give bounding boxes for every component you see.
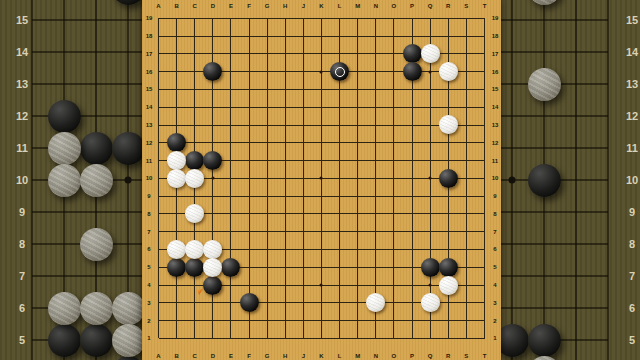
row-label-right-8: 8 xyxy=(493,211,496,217)
stone-black-R10 xyxy=(528,164,561,197)
row-label-right-3: 3 xyxy=(493,300,496,306)
stone-black-P17 xyxy=(403,44,422,63)
grid-line-horizontal-9 xyxy=(159,196,485,197)
stone-black-D11 xyxy=(203,151,222,170)
star-point-D10 xyxy=(125,177,132,184)
col-label-bottom-J: J xyxy=(302,353,305,359)
stone-white-C6 xyxy=(80,292,113,325)
star-point-Q10 xyxy=(509,177,516,184)
stone-black-P16 xyxy=(403,62,422,81)
row-label-left-12: 12 xyxy=(16,110,28,122)
col-label-bottom-T: T xyxy=(483,353,487,359)
col-label-top-P: P xyxy=(410,3,414,9)
row-label-left-5: 5 xyxy=(19,334,25,346)
stone-white-C10 xyxy=(80,164,113,197)
col-label-top-G: G xyxy=(265,3,270,9)
stone-white-B11 xyxy=(167,151,186,170)
row-label-right-15: 15 xyxy=(492,86,499,92)
row-label-right-17: 17 xyxy=(492,51,499,57)
row-label-right-7: 7 xyxy=(493,229,496,235)
row-label-right-5: 5 xyxy=(493,264,496,270)
row-label-left-18: 18 xyxy=(146,33,153,39)
stone-white-B6 xyxy=(48,292,81,325)
row-label-left-5: 5 xyxy=(147,264,150,270)
col-label-bottom-E: E xyxy=(229,353,233,359)
stone-black-R5 xyxy=(528,324,561,357)
grid-line-vertical-T xyxy=(484,18,485,338)
col-label-bottom-S: S xyxy=(464,353,468,359)
row-label-right-11: 11 xyxy=(626,142,638,154)
row-label-left-7: 7 xyxy=(19,270,25,282)
row-label-right-9: 9 xyxy=(493,193,496,199)
row-label-right-2: 2 xyxy=(493,318,496,324)
grid-line-vertical-N xyxy=(375,18,376,338)
stone-black-F3 xyxy=(240,293,259,312)
stone-black-D16 xyxy=(112,0,145,5)
col-label-bottom-O: O xyxy=(392,353,397,359)
stone-white-R4 xyxy=(439,276,458,295)
col-label-bottom-B: B xyxy=(174,353,178,359)
col-label-top-A: A xyxy=(156,3,160,9)
col-label-top-L: L xyxy=(338,3,342,9)
stone-white-C8 xyxy=(80,228,113,261)
star-point-K4 xyxy=(320,284,323,287)
stone-white-C10 xyxy=(185,169,204,188)
row-label-left-2: 2 xyxy=(147,318,150,324)
row-label-left-16: 16 xyxy=(146,69,153,75)
col-label-top-B: B xyxy=(174,3,178,9)
star-point-Q4 xyxy=(429,284,432,287)
row-label-right-7: 7 xyxy=(629,270,635,282)
row-label-right-10: 10 xyxy=(626,174,638,186)
row-label-left-9: 9 xyxy=(147,193,150,199)
stone-black-C5 xyxy=(185,258,204,277)
row-label-left-10: 10 xyxy=(146,175,153,181)
row-label-left-6: 6 xyxy=(147,246,150,252)
star-point-K10 xyxy=(320,177,323,180)
col-label-bottom-F: F xyxy=(247,353,251,359)
row-label-right-14: 14 xyxy=(626,46,638,58)
grid-line-horizontal-1 xyxy=(159,338,485,339)
col-label-top-E: E xyxy=(229,3,233,9)
col-label-top-O: O xyxy=(392,3,397,9)
stone-black-Q5 xyxy=(421,258,440,277)
stone-white-R13 xyxy=(439,115,458,134)
row-label-left-19: 19 xyxy=(146,15,153,21)
col-label-bottom-K: K xyxy=(319,353,323,359)
col-label-bottom-D: D xyxy=(211,353,215,359)
stone-black-C5 xyxy=(80,324,113,357)
row-label-right-6: 6 xyxy=(629,302,635,314)
col-label-top-T: T xyxy=(483,3,487,9)
col-label-top-K: K xyxy=(319,3,323,9)
row-label-right-6: 6 xyxy=(493,246,496,252)
grid-line-vertical-T xyxy=(607,0,609,360)
row-label-right-12: 12 xyxy=(626,110,638,122)
grid-line-vertical-M xyxy=(357,18,358,338)
row-label-left-4: 4 xyxy=(147,282,150,288)
stone-white-Q3 xyxy=(421,293,440,312)
col-label-bottom-L: L xyxy=(338,353,342,359)
row-label-left-15: 15 xyxy=(146,86,153,92)
stone-black-C11 xyxy=(185,151,204,170)
stone-black-R5 xyxy=(439,258,458,277)
stone-white-Q17 xyxy=(421,44,440,63)
row-label-left-12: 12 xyxy=(146,140,153,146)
row-label-right-8: 8 xyxy=(629,238,635,250)
col-label-bottom-C: C xyxy=(193,353,197,359)
stone-black-C11 xyxy=(80,132,113,165)
stone-black-E5 xyxy=(221,258,240,277)
col-label-bottom-N: N xyxy=(374,353,378,359)
row-label-left-1: 1 xyxy=(147,335,150,341)
col-label-top-D: D xyxy=(211,3,215,9)
col-label-top-M: M xyxy=(355,3,360,9)
star-point-D10 xyxy=(211,177,214,180)
row-label-left-8: 8 xyxy=(19,238,25,250)
col-label-bottom-Q: Q xyxy=(428,353,433,359)
video-frame: 1919181817171616151514141313121211111010… xyxy=(0,0,640,360)
col-label-top-J: J xyxy=(302,3,305,9)
row-label-right-12: 12 xyxy=(492,140,499,146)
row-label-left-7: 7 xyxy=(147,229,150,235)
row-label-right-4: 4 xyxy=(493,282,496,288)
row-label-right-13: 13 xyxy=(626,78,638,90)
stone-white-B10 xyxy=(167,169,186,188)
last-move-marker xyxy=(335,67,345,77)
row-label-left-6: 6 xyxy=(19,302,25,314)
stone-white-B6 xyxy=(167,240,186,259)
col-label-top-S: S xyxy=(464,3,468,9)
grid-line-vertical-O xyxy=(393,18,394,338)
star-point-Q16 xyxy=(429,70,432,73)
col-label-bottom-A: A xyxy=(156,353,160,359)
grid-line-horizontal-2 xyxy=(159,320,485,321)
grid-line-vertical-S xyxy=(575,0,577,360)
stone-black-B5 xyxy=(167,258,186,277)
row-label-right-9: 9 xyxy=(629,206,635,218)
col-label-bottom-M: M xyxy=(355,353,360,359)
row-label-left-3: 3 xyxy=(147,300,150,306)
stone-white-B10 xyxy=(48,164,81,197)
row-label-left-15: 15 xyxy=(16,14,28,26)
row-label-left-8: 8 xyxy=(147,211,150,217)
row-label-right-5: 5 xyxy=(629,334,635,346)
stone-white-D6 xyxy=(203,240,222,259)
col-label-top-H: H xyxy=(283,3,287,9)
col-label-bottom-G: G xyxy=(265,353,270,359)
row-label-right-13: 13 xyxy=(492,122,499,128)
row-label-left-13: 13 xyxy=(146,122,153,128)
stone-white-D6 xyxy=(112,292,145,325)
grid-line-horizontal-7 xyxy=(159,231,485,232)
go-board[interactable]: AABBCCDDEEFFGGHHJJKKLLMMNNOOPPQQRRSSTT19… xyxy=(142,0,501,360)
stone-white-D5 xyxy=(112,324,145,357)
stone-white-B11 xyxy=(48,132,81,165)
row-label-left-11: 11 xyxy=(16,142,28,154)
row-label-right-18: 18 xyxy=(492,33,499,39)
stone-black-B12 xyxy=(48,100,81,133)
col-label-bottom-P: P xyxy=(410,353,414,359)
col-label-bottom-R: R xyxy=(446,353,450,359)
row-label-left-14: 14 xyxy=(16,46,28,58)
stone-black-D4 xyxy=(203,276,222,295)
row-label-right-15: 15 xyxy=(626,14,638,26)
col-label-top-R: R xyxy=(446,3,450,9)
stone-white-R13 xyxy=(528,68,561,101)
col-label-top-Q: Q xyxy=(428,3,433,9)
row-label-left-10: 10 xyxy=(16,174,28,186)
row-label-right-11: 11 xyxy=(492,158,498,164)
stone-white-R16 xyxy=(439,62,458,81)
grid-line-vertical-S xyxy=(466,18,467,338)
stone-black-B5 xyxy=(48,324,81,357)
stone-white-C8 xyxy=(185,204,204,223)
col-label-top-C: C xyxy=(193,3,197,9)
row-label-left-13: 13 xyxy=(16,78,28,90)
stone-black-R10 xyxy=(439,169,458,188)
stone-white-N3 xyxy=(366,293,385,312)
star-point-K16 xyxy=(320,70,323,73)
stone-black-L16 xyxy=(330,62,349,81)
row-label-left-17: 17 xyxy=(146,51,153,57)
stone-white-R16 xyxy=(528,0,561,5)
row-label-left-9: 9 xyxy=(19,206,25,218)
stone-white-D5 xyxy=(203,258,222,277)
row-label-left-11: 11 xyxy=(146,158,152,164)
stone-white-R4 xyxy=(528,356,561,360)
col-label-bottom-H: H xyxy=(283,353,287,359)
grid-line-horizontal-8 xyxy=(159,213,485,214)
col-label-top-F: F xyxy=(247,3,251,9)
row-label-right-10: 10 xyxy=(492,175,499,181)
star-point-Q10 xyxy=(429,177,432,180)
orange-cursor-marker xyxy=(197,289,203,295)
row-label-right-1: 1 xyxy=(493,335,496,341)
stone-white-C6 xyxy=(185,240,204,259)
stone-black-D16 xyxy=(203,62,222,81)
stone-black-D11 xyxy=(112,132,145,165)
row-label-right-16: 16 xyxy=(492,69,499,75)
row-label-right-14: 14 xyxy=(492,104,499,110)
col-label-top-N: N xyxy=(374,3,378,9)
stone-black-B12 xyxy=(167,133,186,152)
row-label-left-14: 14 xyxy=(146,104,153,110)
row-label-right-19: 19 xyxy=(492,15,499,21)
